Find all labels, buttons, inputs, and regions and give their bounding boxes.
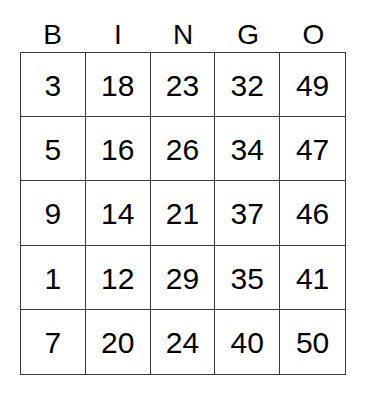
- bingo-cell-r3c3[interactable]: 21: [151, 181, 216, 245]
- bingo-cell-r3c2[interactable]: 14: [86, 181, 151, 245]
- bingo-cell-r1c5[interactable]: 49: [280, 53, 345, 117]
- bingo-card: B I N G O 3 18 23 32 49 5 16 26 34 47 9 …: [0, 0, 368, 400]
- header-letter-o: O: [281, 16, 346, 52]
- bingo-cell-r2c1[interactable]: 5: [21, 117, 86, 181]
- bingo-cell-r1c1[interactable]: 3: [21, 53, 86, 117]
- bingo-header-row: B I N G O: [20, 16, 346, 52]
- bingo-cell-r1c2[interactable]: 18: [86, 53, 151, 117]
- header-letter-b: B: [20, 16, 85, 52]
- bingo-cell-r2c4[interactable]: 34: [215, 117, 280, 181]
- bingo-cell-r1c4[interactable]: 32: [215, 53, 280, 117]
- bingo-cell-r4c1[interactable]: 1: [21, 246, 86, 310]
- bingo-cell-r2c2[interactable]: 16: [86, 117, 151, 181]
- bingo-cell-r5c3[interactable]: 24: [151, 310, 216, 374]
- bingo-cell-r2c5[interactable]: 47: [280, 117, 345, 181]
- bingo-cell-r3c5[interactable]: 46: [280, 181, 345, 245]
- bingo-cell-r5c4[interactable]: 40: [215, 310, 280, 374]
- bingo-cell-r4c3[interactable]: 29: [151, 246, 216, 310]
- bingo-grid: 3 18 23 32 49 5 16 26 34 47 9 14 21 37 4…: [20, 52, 346, 375]
- bingo-cell-r5c2[interactable]: 20: [86, 310, 151, 374]
- bingo-cell-r5c5[interactable]: 50: [280, 310, 345, 374]
- bingo-cell-r4c5[interactable]: 41: [280, 246, 345, 310]
- bingo-cell-r1c3[interactable]: 23: [151, 53, 216, 117]
- bingo-cell-r3c1[interactable]: 9: [21, 181, 86, 245]
- header-letter-n: N: [150, 16, 215, 52]
- header-letter-i: I: [85, 16, 150, 52]
- bingo-cell-r2c3[interactable]: 26: [151, 117, 216, 181]
- bingo-cell-r3c4[interactable]: 37: [215, 181, 280, 245]
- bingo-cell-r4c4[interactable]: 35: [215, 246, 280, 310]
- bingo-cell-r4c2[interactable]: 12: [86, 246, 151, 310]
- header-letter-g: G: [216, 16, 281, 52]
- bingo-cell-r5c1[interactable]: 7: [21, 310, 86, 374]
